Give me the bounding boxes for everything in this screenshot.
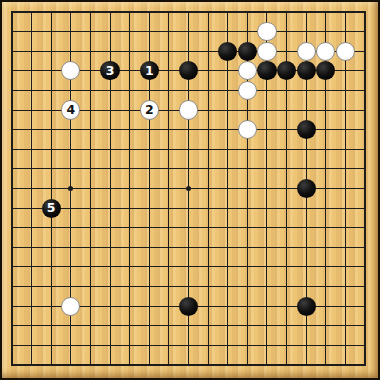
board-intersection[interactable] xyxy=(238,139,258,159)
board-intersection[interactable] xyxy=(218,120,238,140)
board-intersection[interactable] xyxy=(277,238,297,258)
board-intersection[interactable] xyxy=(100,179,120,199)
board-intersection[interactable] xyxy=(139,159,159,179)
board-intersection[interactable] xyxy=(355,2,375,22)
board-intersection[interactable] xyxy=(41,22,61,42)
board-intersection[interactable] xyxy=(355,61,375,81)
board-intersection[interactable] xyxy=(2,81,22,101)
board-intersection[interactable] xyxy=(41,179,61,199)
stone-white[interactable] xyxy=(257,22,276,41)
board-intersection[interactable] xyxy=(100,355,120,375)
board-intersection[interactable] xyxy=(336,238,356,258)
stone-white-move-4[interactable]: 4 xyxy=(61,100,80,119)
board-intersection[interactable] xyxy=(355,218,375,238)
board-intersection[interactable] xyxy=(120,100,140,120)
board-intersection[interactable] xyxy=(355,41,375,61)
board-intersection[interactable] xyxy=(139,355,159,375)
stone-black[interactable] xyxy=(238,42,257,61)
board-intersection[interactable] xyxy=(41,61,61,81)
board-intersection[interactable] xyxy=(198,179,218,199)
board-intersection[interactable] xyxy=(277,218,297,238)
board-intersection[interactable] xyxy=(159,277,179,297)
board-intersection[interactable] xyxy=(257,277,277,297)
board-intersection[interactable] xyxy=(316,81,336,101)
board-intersection[interactable] xyxy=(277,22,297,42)
board-intersection[interactable] xyxy=(120,22,140,42)
board-intersection[interactable] xyxy=(61,277,81,297)
board-intersection[interactable] xyxy=(296,100,316,120)
board-intersection[interactable] xyxy=(355,257,375,277)
board-intersection[interactable] xyxy=(139,2,159,22)
board-intersection[interactable] xyxy=(336,120,356,140)
board-intersection[interactable] xyxy=(238,257,258,277)
board-intersection[interactable] xyxy=(355,179,375,199)
board-intersection[interactable] xyxy=(22,139,42,159)
board-intersection[interactable] xyxy=(22,277,42,297)
board-intersection[interactable] xyxy=(41,41,61,61)
board-intersection[interactable] xyxy=(120,2,140,22)
board-intersection[interactable] xyxy=(22,81,42,101)
board-intersection[interactable] xyxy=(316,238,336,258)
board-intersection[interactable] xyxy=(2,120,22,140)
board-intersection[interactable] xyxy=(257,179,277,199)
board-intersection[interactable] xyxy=(139,218,159,238)
board-intersection[interactable] xyxy=(100,81,120,101)
board-intersection[interactable] xyxy=(336,159,356,179)
board-intersection[interactable] xyxy=(2,159,22,179)
stone-white[interactable] xyxy=(238,81,257,100)
board-intersection[interactable] xyxy=(296,238,316,258)
board-intersection[interactable] xyxy=(257,120,277,140)
board-intersection[interactable] xyxy=(316,296,336,316)
board-intersection[interactable] xyxy=(100,296,120,316)
board-intersection[interactable] xyxy=(139,336,159,356)
board-intersection[interactable] xyxy=(296,336,316,356)
board-intersection[interactable] xyxy=(355,81,375,101)
board-intersection[interactable] xyxy=(198,81,218,101)
board-intersection[interactable] xyxy=(198,238,218,258)
board-intersection[interactable] xyxy=(81,257,101,277)
board-intersection[interactable] xyxy=(2,238,22,258)
board-intersection[interactable] xyxy=(100,198,120,218)
board-intersection[interactable] xyxy=(198,336,218,356)
board-intersection[interactable] xyxy=(277,336,297,356)
board-intersection[interactable] xyxy=(139,316,159,336)
board-intersection[interactable] xyxy=(257,355,277,375)
board-intersection[interactable] xyxy=(81,41,101,61)
board-intersection[interactable] xyxy=(316,277,336,297)
board-intersection[interactable] xyxy=(316,159,336,179)
board-intersection[interactable] xyxy=(198,120,218,140)
board-intersection[interactable] xyxy=(2,336,22,356)
board-intersection[interactable] xyxy=(81,179,101,199)
board-intersection[interactable] xyxy=(2,355,22,375)
stone-white[interactable] xyxy=(61,297,80,316)
board-intersection[interactable] xyxy=(139,81,159,101)
board-intersection[interactable] xyxy=(100,120,120,140)
stone-black[interactable] xyxy=(257,61,276,80)
board-intersection[interactable] xyxy=(277,316,297,336)
board-intersection[interactable] xyxy=(238,238,258,258)
board-intersection[interactable] xyxy=(198,41,218,61)
board-intersection[interactable] xyxy=(336,336,356,356)
board-intersection[interactable] xyxy=(100,139,120,159)
board-intersection[interactable] xyxy=(277,81,297,101)
board-intersection[interactable] xyxy=(218,61,238,81)
board-intersection[interactable] xyxy=(22,22,42,42)
board-intersection[interactable] xyxy=(296,257,316,277)
board-intersection[interactable] xyxy=(81,120,101,140)
board-intersection[interactable] xyxy=(277,41,297,61)
stone-white[interactable] xyxy=(316,42,335,61)
board-intersection[interactable] xyxy=(100,22,120,42)
board-intersection[interactable] xyxy=(316,139,336,159)
board-intersection[interactable] xyxy=(179,139,199,159)
board-intersection[interactable] xyxy=(336,257,356,277)
board-intersection[interactable] xyxy=(2,218,22,238)
board-intersection[interactable] xyxy=(139,120,159,140)
board-intersection[interactable] xyxy=(159,120,179,140)
board-intersection[interactable] xyxy=(61,355,81,375)
board-intersection[interactable] xyxy=(238,2,258,22)
board-intersection[interactable] xyxy=(336,61,356,81)
board-intersection[interactable] xyxy=(198,100,218,120)
board-intersection[interactable] xyxy=(61,198,81,218)
board-intersection[interactable] xyxy=(61,81,81,101)
board-intersection[interactable] xyxy=(100,100,120,120)
board-intersection[interactable] xyxy=(179,277,199,297)
board-intersection[interactable] xyxy=(159,22,179,42)
board-intersection[interactable] xyxy=(238,198,258,218)
board-intersection[interactable] xyxy=(257,296,277,316)
board-intersection[interactable] xyxy=(41,2,61,22)
board-intersection[interactable] xyxy=(2,100,22,120)
board-intersection[interactable] xyxy=(198,257,218,277)
board-intersection[interactable] xyxy=(61,159,81,179)
board-intersection[interactable] xyxy=(139,139,159,159)
board-intersection[interactable] xyxy=(238,277,258,297)
board-intersection[interactable] xyxy=(120,218,140,238)
board-intersection[interactable] xyxy=(355,316,375,336)
board-intersection[interactable] xyxy=(2,257,22,277)
board-intersection[interactable] xyxy=(81,22,101,42)
board-intersection[interactable] xyxy=(61,2,81,22)
board-intersection[interactable] xyxy=(218,22,238,42)
board-intersection[interactable] xyxy=(100,218,120,238)
board-intersection[interactable] xyxy=(159,179,179,199)
board-intersection[interactable] xyxy=(296,198,316,218)
board-intersection[interactable] xyxy=(61,316,81,336)
board-intersection[interactable] xyxy=(355,120,375,140)
board-intersection[interactable] xyxy=(139,198,159,218)
board-intersection[interactable] xyxy=(218,277,238,297)
board-intersection[interactable] xyxy=(257,336,277,356)
board-intersection[interactable] xyxy=(61,238,81,258)
board-intersection[interactable] xyxy=(2,316,22,336)
board-intersection[interactable] xyxy=(198,355,218,375)
board-intersection[interactable] xyxy=(257,81,277,101)
board-intersection[interactable] xyxy=(179,159,199,179)
stone-white-move-2[interactable]: 2 xyxy=(140,100,159,119)
board-intersection[interactable] xyxy=(120,316,140,336)
board-intersection[interactable] xyxy=(41,159,61,179)
stone-white[interactable] xyxy=(336,42,355,61)
board-intersection[interactable] xyxy=(316,355,336,375)
board-intersection[interactable] xyxy=(81,238,101,258)
board-intersection[interactable] xyxy=(120,120,140,140)
board-intersection[interactable] xyxy=(257,2,277,22)
board-intersection[interactable] xyxy=(296,81,316,101)
board-intersection[interactable] xyxy=(139,277,159,297)
board-intersection[interactable] xyxy=(22,218,42,238)
board-intersection[interactable] xyxy=(218,100,238,120)
board-intersection[interactable] xyxy=(238,336,258,356)
board-intersection[interactable] xyxy=(238,100,258,120)
board-intersection[interactable] xyxy=(120,296,140,316)
board-intersection[interactable] xyxy=(81,316,101,336)
board-intersection[interactable] xyxy=(179,22,199,42)
board-intersection[interactable] xyxy=(257,257,277,277)
board-intersection[interactable] xyxy=(120,277,140,297)
board-intersection[interactable] xyxy=(61,336,81,356)
board-intersection[interactable] xyxy=(296,159,316,179)
board-intersection[interactable] xyxy=(296,355,316,375)
board-intersection[interactable] xyxy=(218,81,238,101)
board-intersection[interactable] xyxy=(336,218,356,238)
board-intersection[interactable] xyxy=(159,257,179,277)
board-intersection[interactable] xyxy=(355,277,375,297)
board-intersection[interactable] xyxy=(2,198,22,218)
board-intersection[interactable] xyxy=(2,2,22,22)
board-intersection[interactable] xyxy=(120,179,140,199)
board-intersection[interactable] xyxy=(81,336,101,356)
board-intersection[interactable] xyxy=(198,61,218,81)
board-intersection[interactable] xyxy=(277,198,297,218)
board-intersection[interactable] xyxy=(198,296,218,316)
board-intersection[interactable] xyxy=(41,218,61,238)
board-intersection[interactable] xyxy=(257,218,277,238)
board-intersection[interactable] xyxy=(355,198,375,218)
board-intersection[interactable] xyxy=(159,355,179,375)
board-intersection[interactable] xyxy=(336,355,356,375)
board-intersection[interactable] xyxy=(120,355,140,375)
board-intersection[interactable] xyxy=(100,257,120,277)
board-intersection[interactable] xyxy=(218,218,238,238)
board-intersection[interactable] xyxy=(198,159,218,179)
board-intersection[interactable] xyxy=(355,355,375,375)
board-intersection[interactable] xyxy=(238,355,258,375)
board-intersection[interactable] xyxy=(100,238,120,258)
board-intersection[interactable] xyxy=(120,159,140,179)
board-intersection[interactable] xyxy=(179,257,199,277)
board-intersection[interactable] xyxy=(81,296,101,316)
board-intersection[interactable] xyxy=(179,41,199,61)
board-intersection[interactable] xyxy=(179,336,199,356)
board-intersection[interactable] xyxy=(218,316,238,336)
board-intersection[interactable] xyxy=(277,2,297,22)
board-intersection[interactable] xyxy=(198,22,218,42)
board-intersection[interactable] xyxy=(179,355,199,375)
board-intersection[interactable] xyxy=(22,120,42,140)
board-intersection[interactable] xyxy=(81,61,101,81)
board-intersection[interactable] xyxy=(179,81,199,101)
board-intersection[interactable] xyxy=(277,355,297,375)
board-intersection[interactable] xyxy=(22,296,42,316)
board-intersection[interactable] xyxy=(22,257,42,277)
board-intersection[interactable] xyxy=(100,277,120,297)
board-intersection[interactable] xyxy=(218,139,238,159)
board-intersection[interactable] xyxy=(277,139,297,159)
board-intersection[interactable] xyxy=(218,179,238,199)
board-intersection[interactable] xyxy=(355,159,375,179)
board-intersection[interactable] xyxy=(159,159,179,179)
board-intersection[interactable] xyxy=(41,100,61,120)
board-intersection[interactable] xyxy=(2,139,22,159)
board-intersection[interactable] xyxy=(296,2,316,22)
board-intersection[interactable] xyxy=(198,198,218,218)
board-intersection[interactable] xyxy=(81,277,101,297)
board-intersection[interactable] xyxy=(198,277,218,297)
board-intersection[interactable] xyxy=(336,179,356,199)
board-intersection[interactable] xyxy=(159,198,179,218)
board-intersection[interactable] xyxy=(296,139,316,159)
board-intersection[interactable] xyxy=(316,179,336,199)
board-intersection[interactable] xyxy=(257,198,277,218)
board-intersection[interactable] xyxy=(22,355,42,375)
board-intersection[interactable] xyxy=(277,179,297,199)
stone-white[interactable] xyxy=(297,42,316,61)
board-intersection[interactable] xyxy=(2,61,22,81)
board-intersection[interactable] xyxy=(218,257,238,277)
board-intersection[interactable] xyxy=(139,296,159,316)
board-intersection[interactable] xyxy=(316,100,336,120)
board-intersection[interactable] xyxy=(41,336,61,356)
board-intersection[interactable] xyxy=(120,81,140,101)
board-intersection[interactable] xyxy=(238,22,258,42)
board-intersection[interactable] xyxy=(22,179,42,199)
board-intersection[interactable] xyxy=(2,296,22,316)
board-intersection[interactable] xyxy=(179,238,199,258)
board-intersection[interactable] xyxy=(316,198,336,218)
board-intersection[interactable] xyxy=(198,218,218,238)
stone-black[interactable] xyxy=(297,297,316,316)
board-intersection[interactable] xyxy=(355,139,375,159)
board-intersection[interactable] xyxy=(100,316,120,336)
board-intersection[interactable] xyxy=(238,316,258,336)
stone-white[interactable] xyxy=(238,120,257,139)
board-intersection[interactable] xyxy=(218,355,238,375)
board-intersection[interactable] xyxy=(41,120,61,140)
board-intersection[interactable] xyxy=(2,277,22,297)
board-intersection[interactable] xyxy=(159,2,179,22)
board-intersection[interactable] xyxy=(81,139,101,159)
stone-black[interactable] xyxy=(218,42,237,61)
board-intersection[interactable] xyxy=(22,238,42,258)
board-intersection[interactable] xyxy=(355,336,375,356)
board-intersection[interactable] xyxy=(159,81,179,101)
board-intersection[interactable] xyxy=(22,316,42,336)
board-intersection[interactable] xyxy=(296,277,316,297)
board-intersection[interactable] xyxy=(2,22,22,42)
board-intersection[interactable] xyxy=(61,120,81,140)
board-intersection[interactable] xyxy=(139,238,159,258)
board-intersection[interactable] xyxy=(257,238,277,258)
board-intersection[interactable] xyxy=(277,159,297,179)
board-intersection[interactable] xyxy=(218,238,238,258)
board-intersection[interactable] xyxy=(218,296,238,316)
stone-black-move-5[interactable]: 5 xyxy=(42,199,61,218)
board-intersection[interactable] xyxy=(336,2,356,22)
board-intersection[interactable] xyxy=(41,238,61,258)
board-intersection[interactable] xyxy=(41,316,61,336)
board-intersection[interactable] xyxy=(100,41,120,61)
board-intersection[interactable] xyxy=(336,316,356,336)
stone-black-move-3[interactable]: 3 xyxy=(100,61,119,80)
board-intersection[interactable] xyxy=(159,139,179,159)
board-intersection[interactable] xyxy=(257,159,277,179)
board-intersection[interactable] xyxy=(81,218,101,238)
board-intersection[interactable] xyxy=(120,198,140,218)
board-intersection[interactable] xyxy=(257,139,277,159)
board-intersection[interactable] xyxy=(198,2,218,22)
board-intersection[interactable] xyxy=(81,81,101,101)
board-intersection[interactable] xyxy=(100,2,120,22)
board-intersection[interactable] xyxy=(179,218,199,238)
board-intersection[interactable] xyxy=(159,61,179,81)
board-intersection[interactable] xyxy=(22,336,42,356)
board-intersection[interactable] xyxy=(316,336,336,356)
board-intersection[interactable] xyxy=(120,257,140,277)
board-intersection[interactable] xyxy=(22,61,42,81)
board-intersection[interactable] xyxy=(2,179,22,199)
board-intersection[interactable] xyxy=(355,238,375,258)
board-intersection[interactable] xyxy=(41,277,61,297)
board-intersection[interactable] xyxy=(218,198,238,218)
board-intersection[interactable] xyxy=(41,257,61,277)
stone-white[interactable] xyxy=(257,42,276,61)
board-intersection[interactable] xyxy=(257,100,277,120)
board-intersection[interactable] xyxy=(159,336,179,356)
board-intersection[interactable] xyxy=(22,100,42,120)
stone-black[interactable] xyxy=(297,179,316,198)
board-intersection[interactable] xyxy=(81,100,101,120)
stone-black[interactable] xyxy=(179,297,198,316)
board-intersection[interactable] xyxy=(81,198,101,218)
board-intersection[interactable] xyxy=(61,218,81,238)
board-intersection[interactable] xyxy=(81,159,101,179)
board-intersection[interactable] xyxy=(316,218,336,238)
board-intersection[interactable] xyxy=(100,336,120,356)
board-intersection[interactable] xyxy=(179,198,199,218)
board-intersection[interactable] xyxy=(336,139,356,159)
board-intersection[interactable] xyxy=(61,41,81,61)
board-intersection[interactable] xyxy=(179,316,199,336)
board-intersection[interactable] xyxy=(277,296,297,316)
board-intersection[interactable] xyxy=(238,179,258,199)
board-intersection[interactable] xyxy=(316,316,336,336)
board-intersection[interactable] xyxy=(120,61,140,81)
board-intersection[interactable] xyxy=(139,22,159,42)
board-intersection[interactable] xyxy=(61,139,81,159)
board-intersection[interactable] xyxy=(41,139,61,159)
board-intersection[interactable] xyxy=(159,100,179,120)
board-intersection[interactable] xyxy=(336,81,356,101)
board-intersection[interactable] xyxy=(277,100,297,120)
board-intersection[interactable] xyxy=(355,22,375,42)
board-intersection[interactable] xyxy=(41,355,61,375)
board-intersection[interactable] xyxy=(159,238,179,258)
board-intersection[interactable] xyxy=(316,120,336,140)
